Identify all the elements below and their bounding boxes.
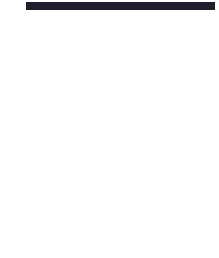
chess-diagram-page bbox=[0, 0, 219, 258]
board-bottom-border bbox=[26, 6, 215, 10]
chess-diagram bbox=[26, 2, 215, 10]
